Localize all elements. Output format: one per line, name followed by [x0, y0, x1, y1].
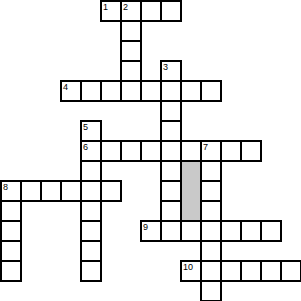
shaded-cells — [180, 160, 202, 222]
cell-r8-c4[interactable] — [80, 160, 102, 182]
clue-number-7: 7 — [203, 143, 208, 152]
clue-number-5: 5 — [83, 123, 88, 132]
cell-r7-c11[interactable] — [220, 140, 242, 162]
crossword-board: 12345678910 — [0, 0, 301, 301]
clue-number-10: 10 — [183, 263, 193, 272]
cell-r3-c6[interactable] — [120, 60, 142, 82]
cell-r9-c1[interactable] — [20, 180, 42, 202]
cell-r7-c7[interactable] — [140, 140, 162, 162]
cell-r4-c9[interactable] — [180, 80, 202, 102]
clue-number-2: 2 — [123, 3, 128, 12]
cell-r12-c0[interactable] — [0, 240, 22, 262]
cell-r10-c0[interactable] — [0, 200, 22, 222]
clue-number-1: 1 — [103, 3, 108, 12]
cell-r13-c11[interactable] — [220, 260, 242, 282]
cell-r9-c8[interactable] — [160, 180, 182, 202]
cell-r6-c8[interactable] — [160, 120, 182, 142]
cell-r11-c8[interactable] — [160, 220, 182, 242]
cell-r13-c12[interactable] — [240, 260, 262, 282]
cell-r8-c10[interactable] — [200, 160, 222, 182]
cell-r2-c6[interactable] — [120, 40, 142, 62]
cell-r13-c13[interactable] — [260, 260, 282, 282]
cell-r10-c4[interactable] — [80, 200, 102, 222]
cell-r11-c13[interactable] — [260, 220, 282, 242]
clue-number-9: 9 — [143, 223, 148, 232]
cell-r4-c8[interactable] — [160, 80, 182, 102]
cell-r4-c6[interactable] — [120, 80, 142, 102]
cell-r8-c8[interactable] — [160, 160, 182, 182]
cell-r9-c10[interactable] — [200, 180, 222, 202]
cell-r13-c0[interactable] — [0, 260, 22, 282]
cell-r7-c9[interactable] — [180, 140, 202, 162]
cell-r9-c5[interactable] — [100, 180, 122, 202]
cell-r13-c4[interactable] — [80, 260, 102, 282]
cell-r0-c7[interactable] — [140, 0, 162, 22]
cell-r11-c9[interactable] — [180, 220, 202, 242]
cell-r4-c10[interactable] — [200, 80, 222, 102]
clue-number-4: 4 — [63, 83, 68, 92]
cell-r10-c8[interactable] — [160, 200, 182, 222]
cell-r13-c14[interactable] — [280, 260, 301, 282]
cell-r5-c8[interactable] — [160, 100, 182, 122]
cell-r7-c8[interactable] — [160, 140, 182, 162]
cell-r10-c10[interactable] — [200, 200, 222, 222]
cell-r9-c2[interactable] — [40, 180, 62, 202]
clue-number-8: 8 — [3, 183, 8, 192]
cell-r11-c11[interactable] — [220, 220, 242, 242]
cell-r4-c4[interactable] — [80, 80, 102, 102]
cell-r11-c10[interactable] — [200, 220, 222, 242]
cell-r7-c6[interactable] — [120, 140, 142, 162]
cell-r7-c12[interactable] — [240, 140, 262, 162]
cell-r9-c4[interactable] — [80, 180, 102, 202]
cell-r12-c4[interactable] — [80, 240, 102, 262]
cell-r1-c6[interactable] — [120, 20, 142, 42]
cell-r7-c5[interactable] — [100, 140, 122, 162]
cell-r0-c8[interactable] — [160, 0, 182, 22]
cell-r13-c10[interactable] — [200, 260, 222, 282]
clue-number-6: 6 — [83, 143, 88, 152]
cell-r4-c7[interactable] — [140, 80, 162, 102]
clue-number-3: 3 — [163, 63, 168, 72]
cell-r11-c4[interactable] — [80, 220, 102, 242]
cell-r14-c10[interactable] — [200, 280, 222, 301]
cell-r9-c3[interactable] — [60, 180, 82, 202]
cell-r12-c10[interactable] — [200, 240, 222, 262]
cell-r11-c12[interactable] — [240, 220, 262, 242]
cell-r4-c5[interactable] — [100, 80, 122, 102]
cell-r11-c0[interactable] — [0, 220, 22, 242]
